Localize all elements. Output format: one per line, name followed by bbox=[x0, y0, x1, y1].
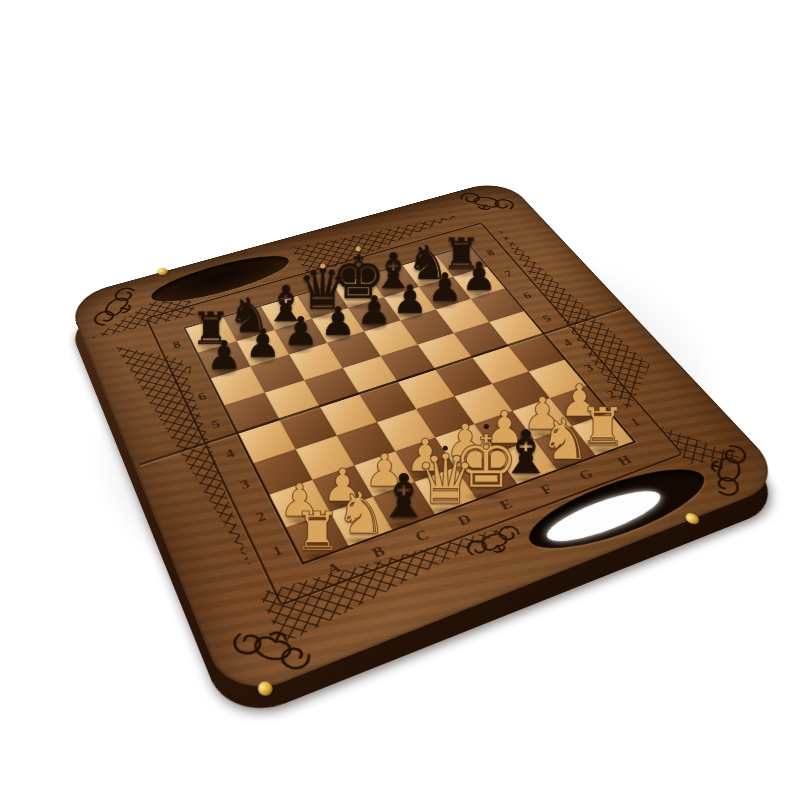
brass-latch-pin bbox=[156, 267, 169, 276]
photo-background: 8877665544332211ABCDEFGH ♜♞♝♛♚♝♞♜♟♟♟♟♟♟♟… bbox=[0, 0, 800, 800]
corner-rosette-icon bbox=[452, 184, 522, 218]
corner-rosette-icon bbox=[697, 437, 764, 506]
